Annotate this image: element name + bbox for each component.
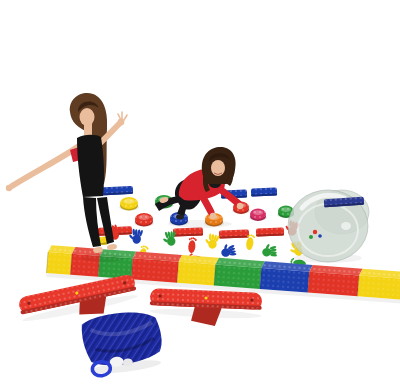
strip-marker [256, 228, 284, 237]
balance-beam-block [260, 261, 313, 293]
hand-marker [162, 231, 177, 247]
foot-marker [188, 237, 197, 253]
balance-beam-block [98, 249, 136, 280]
balance-beam-block [177, 255, 219, 286]
hand-marker [261, 243, 277, 258]
face [80, 108, 95, 126]
leotard [77, 135, 104, 197]
dome-marker [134, 213, 154, 227]
product-photo-stage [0, 0, 400, 388]
child-crouching [155, 147, 243, 228]
outstretched-arm [12, 146, 79, 186]
hand-marker [203, 232, 220, 250]
balance-beam-block [308, 265, 363, 297]
mesh-storage-bag [80, 308, 165, 377]
dome-marker [249, 209, 267, 221]
dome-marker [119, 197, 139, 211]
balance-beam-block [358, 268, 400, 300]
balance-beam-block [131, 251, 182, 283]
children [6, 93, 243, 262]
balance-beam-block [214, 258, 265, 290]
strip-marker [219, 229, 249, 238]
child-standing [6, 93, 127, 262]
balance-board [149, 288, 262, 328]
scene-photo [0, 0, 400, 388]
strip-marker [251, 188, 277, 197]
strip-marker [173, 227, 203, 236]
hand-marker [219, 242, 237, 259]
mesh-bag [80, 308, 165, 377]
face [211, 160, 225, 176]
